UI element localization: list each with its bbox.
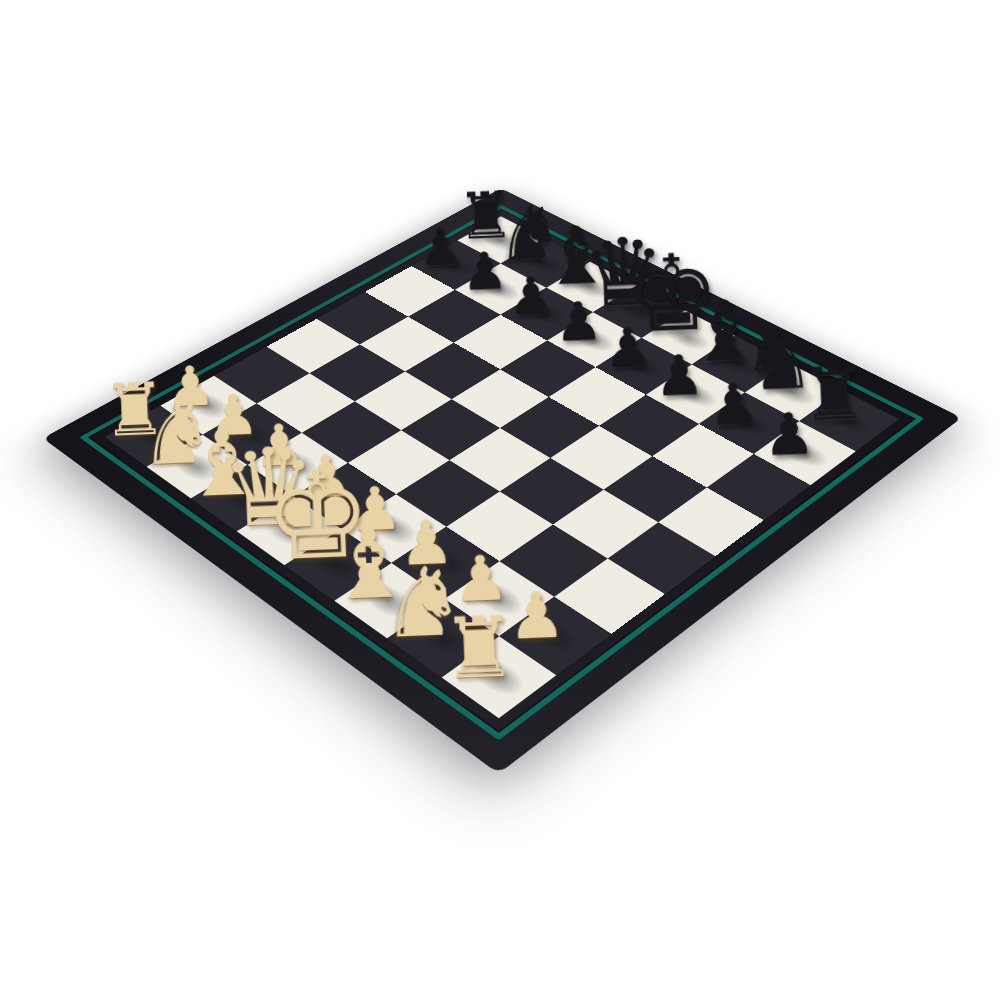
piece-white-rook-h1: ♜ xyxy=(440,604,518,691)
piece-black-pawn-c7: ♟ xyxy=(507,269,556,323)
board-tilt-wrapper: ♜♞♝♛♚♝♞♜♟♟♟♟♟♟♟♟♟♟♟♟♟♟♟♟♜♞♝♛♚♝♞♜ xyxy=(163,91,837,765)
photo-background: ♜♞♝♛♚♝♞♜♟♟♟♟♟♟♟♟♟♟♟♟♟♟♟♟♜♞♝♛♚♝♞♜ xyxy=(0,0,1000,1000)
chess-board: ♜♞♝♛♚♝♞♜♟♟♟♟♟♟♟♟♟♟♟♟♟♟♟♟♜♞♝♛♚♝♞♜ xyxy=(43,188,962,773)
piece-black-pawn-d7: ♟ xyxy=(554,294,604,349)
piece-black-pawn-g7: ♟ xyxy=(707,375,760,433)
piece-black-pawn-e7: ♟ xyxy=(603,320,654,376)
piece-black-pawn-h7: ♟ xyxy=(762,404,816,464)
board-field: ♜♞♝♛♚♝♞♜♟♟♟♟♟♟♟♟♟♟♟♟♟♟♟♟♜♞♝♛♚♝♞♜ xyxy=(104,216,898,718)
piece-black-pawn-f7: ♟ xyxy=(654,347,706,404)
piece-black-pawn-b7: ♟ xyxy=(461,245,509,298)
piece-black-pawn-a7: ♟ xyxy=(417,222,464,274)
